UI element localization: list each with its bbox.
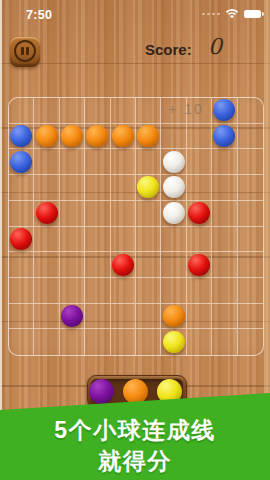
board-cell-r7c7[interactable] xyxy=(161,252,186,278)
board-cell-r10c5[interactable] xyxy=(111,329,136,355)
board-cell-r3c8[interactable] xyxy=(187,149,212,175)
left-edge-strip xyxy=(0,0,2,480)
board-cell-r8c4[interactable] xyxy=(85,278,110,304)
board-cell-r3c10[interactable] xyxy=(238,149,263,175)
board-cell-r3c1[interactable] xyxy=(9,149,34,175)
ball-white[interactable] xyxy=(163,151,185,173)
board-cell-r2c1[interactable] xyxy=(9,124,34,150)
board-cell-r2c2[interactable] xyxy=(34,124,59,150)
battery-icon xyxy=(244,10,261,19)
board-cell-r9c1[interactable] xyxy=(9,304,34,330)
board-cell-r5c4[interactable] xyxy=(85,201,110,227)
board[interactable] xyxy=(8,97,264,356)
score-value: 0 xyxy=(208,34,222,59)
board-cell-r6c5[interactable] xyxy=(111,227,136,253)
board-cell-r3c3[interactable] xyxy=(60,149,85,175)
board-cell-r7c9[interactable] xyxy=(212,252,237,278)
board-cell-r3c5[interactable] xyxy=(111,149,136,175)
board-cell-r7c2[interactable] xyxy=(34,252,59,278)
board-cell-r1c2[interactable] xyxy=(34,98,59,124)
board-cell-r6c7[interactable] xyxy=(161,227,186,253)
board-cell-r2c7[interactable] xyxy=(161,124,186,150)
next-ball-orange xyxy=(123,379,148,404)
board-cell-r1c10[interactable] xyxy=(238,98,263,124)
status-time: 7:50 xyxy=(26,8,52,22)
board-cell-r8c8[interactable] xyxy=(187,278,212,304)
board-cell-r8c6[interactable] xyxy=(136,278,161,304)
board-cell-r5c8[interactable] xyxy=(187,201,212,227)
ball-orange[interactable] xyxy=(137,125,159,147)
board-cell-r5c3[interactable] xyxy=(60,201,85,227)
board-cell-r6c1[interactable] xyxy=(9,227,34,253)
board-cell-r8c5[interactable] xyxy=(111,278,136,304)
board-cell-r5c5[interactable] xyxy=(111,201,136,227)
board-cell-r6c2[interactable] xyxy=(34,227,59,253)
board-cell-r2c6[interactable] xyxy=(136,124,161,150)
board-cell-r8c9[interactable] xyxy=(212,278,237,304)
board-cell-r1c4[interactable] xyxy=(85,98,110,124)
board-cell-r10c6[interactable] xyxy=(136,329,161,355)
ball-yellow[interactable] xyxy=(137,176,159,198)
board-cell-r4c4[interactable] xyxy=(85,175,110,201)
pause-button[interactable] xyxy=(10,37,40,67)
ball-orange[interactable] xyxy=(61,125,83,147)
board-cell-r8c3[interactable] xyxy=(60,278,85,304)
board-cell-r7c8[interactable] xyxy=(187,252,212,278)
board-cell-r4c1[interactable] xyxy=(9,175,34,201)
ball-orange[interactable] xyxy=(112,125,134,147)
board-cell-r6c9[interactable] xyxy=(212,227,237,253)
board-cell-r9c10[interactable] xyxy=(238,304,263,330)
ball-orange[interactable] xyxy=(163,305,185,327)
board-cell-r10c7[interactable] xyxy=(161,329,186,355)
board-cell-r9c8[interactable] xyxy=(187,304,212,330)
board-cell-r5c6[interactable] xyxy=(136,201,161,227)
board-cell-r5c9[interactable] xyxy=(212,201,237,227)
board-cell-r3c4[interactable] xyxy=(85,149,110,175)
board-cell-r7c6[interactable] xyxy=(136,252,161,278)
board-cell-r3c9[interactable] xyxy=(212,149,237,175)
board-cell-r7c1[interactable] xyxy=(9,252,34,278)
board-cell-r2c5[interactable] xyxy=(111,124,136,150)
board-cell-r6c10[interactable] xyxy=(238,227,263,253)
board-cell-r9c2[interactable] xyxy=(34,304,59,330)
ball-white[interactable] xyxy=(163,176,185,198)
board-cell-r10c10[interactable] xyxy=(238,329,263,355)
tutorial-banner: 5个小球连成线 就得分 xyxy=(0,390,270,480)
board-cell-r9c3[interactable] xyxy=(60,304,85,330)
board-cell-r7c3[interactable] xyxy=(60,252,85,278)
board-cell-r1c3[interactable] xyxy=(60,98,85,124)
ball-orange[interactable] xyxy=(86,125,108,147)
board-cell-r6c6[interactable] xyxy=(136,227,161,253)
board-cell-r3c2[interactable] xyxy=(34,149,59,175)
ball-red[interactable] xyxy=(188,202,210,224)
board-cell-r6c3[interactable] xyxy=(60,227,85,253)
board-cell-r5c7[interactable] xyxy=(161,201,186,227)
ball-red[interactable] xyxy=(10,228,32,250)
board-cell-r8c2[interactable] xyxy=(34,278,59,304)
board-cell-r10c8[interactable] xyxy=(187,329,212,355)
board-cell-r4c2[interactable] xyxy=(34,175,59,201)
ball-blue[interactable] xyxy=(10,151,32,173)
board-cell-r8c7[interactable] xyxy=(161,278,186,304)
banner-line1: 5个小球连成线 xyxy=(0,415,270,446)
board-cell-r8c1[interactable] xyxy=(9,278,34,304)
board-cell-r3c7[interactable] xyxy=(161,149,186,175)
ball-blue[interactable] xyxy=(10,125,32,147)
board-cell-r1c5[interactable] xyxy=(111,98,136,124)
board-cell-r4c5[interactable] xyxy=(111,175,136,201)
pause-icon xyxy=(14,40,36,62)
board-cell-r4c6[interactable] xyxy=(136,175,161,201)
cellular-signal-icon xyxy=(202,13,220,16)
board-cell-r10c2[interactable] xyxy=(34,329,59,355)
banner-line2: 就得分 xyxy=(0,446,270,477)
board-cell-r9c5[interactable] xyxy=(111,304,136,330)
board-cell-r10c4[interactable] xyxy=(85,329,110,355)
board-cell-r9c7[interactable] xyxy=(161,304,186,330)
board-cell-r6c4[interactable] xyxy=(85,227,110,253)
board-cell-r10c9[interactable] xyxy=(212,329,237,355)
ball-red[interactable] xyxy=(188,254,210,276)
board-cell-r8c10[interactable] xyxy=(238,278,263,304)
board-cell-r4c9[interactable] xyxy=(212,175,237,201)
board-cell-r4c3[interactable] xyxy=(60,175,85,201)
board-cell-r9c9[interactable] xyxy=(212,304,237,330)
board-cell-r10c1[interactable] xyxy=(9,329,34,355)
ball-white[interactable] xyxy=(163,202,185,224)
board-cell-r7c4[interactable] xyxy=(85,252,110,278)
ball-red[interactable] xyxy=(112,254,134,276)
board-cell-r9c6[interactable] xyxy=(136,304,161,330)
game-screen: 7:50 Score: 0 + 10 5个小球连成线 就得分 xyxy=(0,0,270,480)
board-cell-r4c8[interactable] xyxy=(187,175,212,201)
board-cell-r9c4[interactable] xyxy=(85,304,110,330)
board-cell-r10c3[interactable] xyxy=(60,329,85,355)
board-cell-r2c10[interactable] xyxy=(238,124,263,150)
board-cell-r2c3[interactable] xyxy=(60,124,85,150)
board-cell-r6c8[interactable] xyxy=(187,227,212,253)
board-cell-r3c6[interactable] xyxy=(136,149,161,175)
ball-yellow[interactable] xyxy=(163,331,185,353)
board-cell-r5c2[interactable] xyxy=(34,201,59,227)
banner-text: 5个小球连成线 就得分 xyxy=(0,415,270,477)
wifi-icon xyxy=(225,9,239,19)
board-cell-r7c5[interactable] xyxy=(111,252,136,278)
score-label: Score: xyxy=(145,41,192,58)
board-cell-r2c4[interactable] xyxy=(85,124,110,150)
next-ball-purple xyxy=(89,379,114,404)
status-icons xyxy=(202,9,261,19)
board-cell-r4c7[interactable] xyxy=(161,175,186,201)
board-cell-r4c10[interactable] xyxy=(238,175,263,201)
board-cell-r2c9[interactable] xyxy=(212,124,237,150)
board-cell-r5c1[interactable] xyxy=(9,201,34,227)
board-cell-r5c10[interactable] xyxy=(238,201,263,227)
ball-purple[interactable] xyxy=(61,305,83,327)
board-cell-r1c1[interactable] xyxy=(9,98,34,124)
ball-blue[interactable] xyxy=(213,125,235,147)
board-cell-r2c8[interactable] xyxy=(187,124,212,150)
bonus-popup: + 10 xyxy=(150,101,222,117)
ball-orange[interactable] xyxy=(36,125,58,147)
ball-red[interactable] xyxy=(36,202,58,224)
board-cell-r7c10[interactable] xyxy=(238,252,263,278)
